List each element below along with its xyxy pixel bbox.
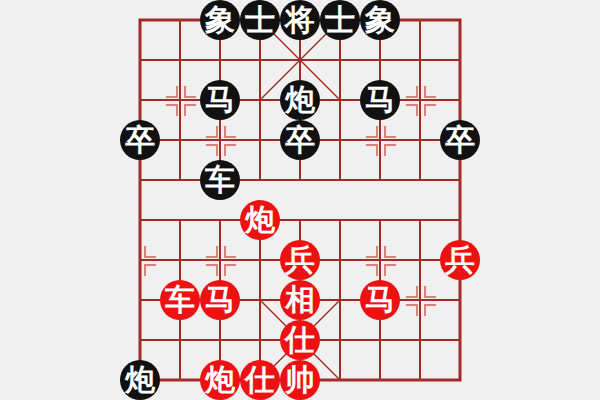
piece-red-advisor[interactable]: 仕: [240, 360, 280, 400]
piece-black-soldier[interactable]: 卒: [280, 120, 320, 160]
pieces-layer: 象士将士象马炮马卒卒卒车炮兵兵车马相马仕炮炮仕帅: [0, 0, 600, 400]
xiangqi-board: 象士将士象马炮马卒卒卒车炮兵兵车马相马仕炮炮仕帅: [0, 0, 600, 400]
piece-black-cannon[interactable]: 炮: [120, 360, 160, 400]
piece-black-horse[interactable]: 马: [200, 80, 240, 120]
piece-black-elephant[interactable]: 象: [200, 0, 240, 40]
piece-red-horse[interactable]: 马: [200, 280, 240, 320]
piece-black-advisor[interactable]: 士: [320, 0, 360, 40]
piece-red-cannon[interactable]: 炮: [240, 200, 280, 240]
piece-red-elephant[interactable]: 相: [280, 280, 320, 320]
piece-red-soldier[interactable]: 兵: [440, 240, 480, 280]
piece-red-advisor[interactable]: 仕: [280, 320, 320, 360]
piece-black-soldier[interactable]: 卒: [120, 120, 160, 160]
piece-black-advisor[interactable]: 士: [240, 0, 280, 40]
piece-black-elephant[interactable]: 象: [360, 0, 400, 40]
piece-red-chariot[interactable]: 车: [160, 280, 200, 320]
piece-black-general[interactable]: 将: [280, 0, 320, 40]
piece-black-chariot[interactable]: 车: [200, 160, 240, 200]
piece-red-general[interactable]: 帅: [280, 360, 320, 400]
piece-red-cannon[interactable]: 炮: [200, 360, 240, 400]
piece-red-soldier[interactable]: 兵: [280, 240, 320, 280]
piece-red-horse[interactable]: 马: [360, 280, 400, 320]
piece-black-horse[interactable]: 马: [360, 80, 400, 120]
piece-black-soldier[interactable]: 卒: [440, 120, 480, 160]
piece-black-cannon[interactable]: 炮: [280, 80, 320, 120]
